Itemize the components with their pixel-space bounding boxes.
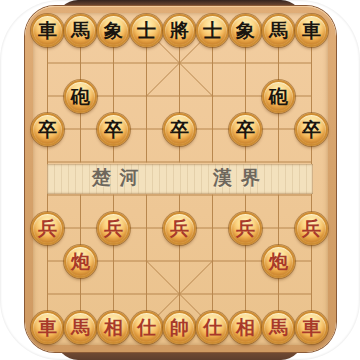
black-horse-right[interactable]: 馬 [262, 14, 295, 47]
red-advisor-right[interactable]: 仕 [196, 311, 229, 344]
app-icon: 楚河 漢界 車 馬 象 士 將 士 象 馬 車 砲 砲 卒 卒 卒 卒 卒 兵 … [0, 0, 360, 360]
red-soldier-2[interactable]: 兵 [97, 212, 130, 245]
black-advisor-left[interactable]: 士 [130, 14, 163, 47]
black-elephant-right[interactable]: 象 [229, 14, 262, 47]
piece-glyph: 炮 [71, 251, 90, 271]
piece-glyph: 車 [38, 20, 57, 40]
red-soldier-3[interactable]: 兵 [163, 212, 196, 245]
red-soldier-5[interactable]: 兵 [295, 212, 328, 245]
red-advisor-left[interactable]: 仕 [130, 311, 163, 344]
pieces-layer: 車 馬 象 士 將 士 象 馬 車 砲 砲 卒 卒 卒 卒 卒 兵 兵 兵 兵 … [0, 0, 360, 360]
piece-glyph: 仕 [137, 317, 156, 337]
black-soldier-5[interactable]: 卒 [295, 113, 328, 146]
piece-glyph: 士 [203, 20, 222, 40]
red-general[interactable]: 帥 [163, 311, 196, 344]
piece-glyph: 兵 [236, 218, 255, 238]
piece-glyph: 砲 [269, 86, 288, 106]
piece-glyph: 兵 [104, 218, 123, 238]
black-chariot-left[interactable]: 車 [31, 14, 64, 47]
piece-glyph: 相 [104, 317, 123, 337]
piece-glyph: 將 [170, 20, 189, 40]
piece-glyph: 象 [236, 20, 255, 40]
black-cannon-left[interactable]: 砲 [64, 80, 97, 113]
red-chariot-right[interactable]: 車 [295, 311, 328, 344]
piece-glyph: 車 [302, 317, 321, 337]
black-chariot-right[interactable]: 車 [295, 14, 328, 47]
black-cannon-right[interactable]: 砲 [262, 80, 295, 113]
red-cannon-left[interactable]: 炮 [64, 245, 97, 278]
piece-glyph: 象 [104, 20, 123, 40]
piece-glyph: 馬 [269, 317, 288, 337]
piece-glyph: 士 [137, 20, 156, 40]
black-soldier-2[interactable]: 卒 [97, 113, 130, 146]
piece-glyph: 兵 [38, 218, 57, 238]
black-horse-left[interactable]: 馬 [64, 14, 97, 47]
piece-glyph: 卒 [236, 119, 255, 139]
red-cannon-right[interactable]: 炮 [262, 245, 295, 278]
red-horse-left[interactable]: 馬 [64, 311, 97, 344]
piece-glyph: 車 [38, 317, 57, 337]
piece-glyph: 卒 [302, 119, 321, 139]
piece-glyph: 仕 [203, 317, 222, 337]
piece-glyph: 炮 [269, 251, 288, 271]
red-soldier-4[interactable]: 兵 [229, 212, 262, 245]
piece-glyph: 馬 [71, 317, 90, 337]
black-soldier-4[interactable]: 卒 [229, 113, 262, 146]
red-elephant-left[interactable]: 相 [97, 311, 130, 344]
black-soldier-3[interactable]: 卒 [163, 113, 196, 146]
piece-glyph: 車 [302, 20, 321, 40]
piece-glyph: 兵 [170, 218, 189, 238]
black-soldier-1[interactable]: 卒 [31, 113, 64, 146]
red-chariot-left[interactable]: 車 [31, 311, 64, 344]
piece-glyph: 卒 [104, 119, 123, 139]
piece-glyph: 馬 [71, 20, 90, 40]
black-general[interactable]: 將 [163, 14, 196, 47]
piece-glyph: 砲 [71, 86, 90, 106]
black-advisor-right[interactable]: 士 [196, 14, 229, 47]
red-soldier-1[interactable]: 兵 [31, 212, 64, 245]
piece-glyph: 相 [236, 317, 255, 337]
piece-glyph: 卒 [38, 119, 57, 139]
red-horse-right[interactable]: 馬 [262, 311, 295, 344]
piece-glyph: 兵 [302, 218, 321, 238]
piece-glyph: 馬 [269, 20, 288, 40]
red-elephant-right[interactable]: 相 [229, 311, 262, 344]
piece-glyph: 卒 [170, 119, 189, 139]
piece-glyph: 帥 [170, 317, 189, 337]
black-elephant-left[interactable]: 象 [97, 14, 130, 47]
